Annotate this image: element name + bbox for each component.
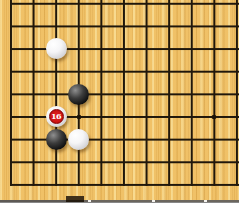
last-move-number-marker: 16 [49, 109, 64, 124]
star-point [212, 115, 216, 119]
go-board[interactable]: 16 [0, 0, 239, 202]
board-grid [10, 0, 239, 186]
star-point [77, 115, 81, 119]
white-stone: 16 [46, 106, 67, 127]
white-stone [68, 129, 89, 150]
go-app-screenshot: 16 [0, 0, 239, 202]
black-stone [46, 129, 67, 150]
bottom-ui-strip [0, 200, 239, 203]
white-stone [46, 38, 67, 59]
black-stone [68, 84, 89, 105]
